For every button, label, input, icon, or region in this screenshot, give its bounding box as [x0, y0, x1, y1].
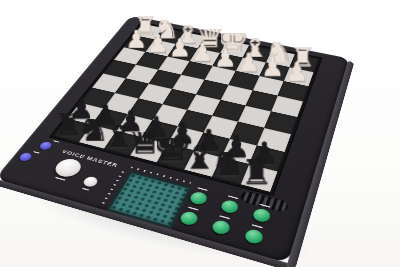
white-pawn[interactable]: ♟: [213, 46, 237, 70]
speaker-grille: [239, 190, 289, 213]
blue-button-2[interactable]: [17, 152, 33, 162]
white-button-small[interactable]: [81, 176, 99, 189]
white-pawn[interactable]: ♟: [284, 60, 309, 85]
blue-button-1[interactable]: [38, 141, 54, 151]
white-button-large[interactable]: [51, 157, 85, 180]
square[interactable]: [187, 94, 220, 115]
function-button-2[interactable]: [219, 199, 240, 215]
function-button-1[interactable]: [188, 190, 209, 206]
function-button-6[interactable]: [243, 228, 264, 246]
white-pawn[interactable]: ♟: [168, 37, 192, 61]
function-button-5[interactable]: [210, 219, 231, 236]
square[interactable]: [221, 85, 253, 106]
function-button-3[interactable]: [251, 207, 272, 223]
square[interactable]: [271, 96, 303, 117]
chess-computer: ♜♞♝♛♚♝♞♜♟♟♟♟♟♟♟♟♟♟♟♟♟♟♟♟♜♞♝♛♚♝♞♜ VOICE M…: [0, 16, 350, 264]
square[interactable]: [278, 81, 309, 101]
black-knight[interactable]: ♞: [213, 152, 243, 182]
white-pawn[interactable]: ♟: [124, 28, 147, 51]
white-pawn[interactable]: ♟: [146, 32, 170, 56]
function-button-4[interactable]: [178, 210, 200, 227]
symbol-ticks-left: [102, 170, 125, 204]
product-photo: ♜♞♝♛♚♝♞♜♟♟♟♟♟♟♟♟♟♟♟♟♟♟♟♟♜♞♝♛♚♝♞♜ VOICE M…: [0, 0, 400, 267]
peg-display[interactable]: [106, 171, 191, 229]
white-pawn[interactable]: ♟: [190, 41, 214, 65]
